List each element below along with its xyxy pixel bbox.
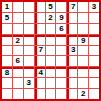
cell-r2c9[interactable]: [89, 13, 99, 23]
cell-r7c3[interactable]: [24, 67, 34, 77]
cell-r6c8[interactable]: [78, 56, 88, 66]
cell-r1c2[interactable]: [13, 2, 23, 12]
cell-r8c4[interactable]: [35, 78, 45, 88]
cell-r1c9[interactable]: 3: [89, 2, 99, 12]
cell-r5c1[interactable]: [2, 46, 12, 56]
given-digit: 9: [59, 14, 63, 22]
sudoku-app: 15735296297368432: [0, 0, 101, 101]
given-digit: 3: [71, 46, 75, 54]
given-digit: 6: [59, 25, 63, 33]
given-digit: 6: [16, 57, 20, 65]
cell-r9c1[interactable]: [2, 89, 12, 99]
given-digit: 5: [48, 3, 52, 11]
cell-r8c6[interactable]: [56, 78, 66, 88]
cell-r4c8[interactable]: 9: [78, 35, 88, 45]
cell-r7c7[interactable]: [67, 67, 77, 77]
cell-r3c2[interactable]: [13, 24, 23, 34]
cell-r4c5[interactable]: [46, 35, 56, 45]
cell-r6c5[interactable]: [46, 56, 56, 66]
cell-r3c6[interactable]: 6: [56, 24, 66, 34]
cell-r1c6[interactable]: [56, 2, 66, 12]
cell-r2c6[interactable]: 9: [56, 13, 66, 23]
cell-r1c7[interactable]: 7: [67, 2, 77, 12]
cell-r1c5[interactable]: 5: [46, 2, 56, 12]
cell-r3c7[interactable]: [67, 24, 77, 34]
cell-r2c3[interactable]: [24, 13, 34, 23]
given-digit: 2: [81, 90, 85, 98]
cell-r5c4[interactable]: 7: [35, 46, 45, 56]
cell-r5c9[interactable]: [89, 46, 99, 56]
cell-r4c4[interactable]: [35, 35, 45, 45]
cell-r8c7[interactable]: [67, 78, 77, 88]
cell-r3c9[interactable]: [89, 24, 99, 34]
given-digit: 1: [5, 3, 9, 11]
cell-r9c9[interactable]: [89, 89, 99, 99]
cell-r5c6[interactable]: [56, 46, 66, 56]
given-digit: 4: [38, 69, 42, 77]
cell-r6c1[interactable]: [2, 56, 12, 66]
cell-r1c4[interactable]: [35, 2, 45, 12]
cell-r2c7[interactable]: [67, 13, 77, 23]
cell-r9c3[interactable]: [24, 89, 34, 99]
cell-r6c3[interactable]: [24, 56, 34, 66]
cell-r8c3[interactable]: 3: [24, 78, 34, 88]
cell-r5c8[interactable]: [78, 46, 88, 56]
cell-r2c4[interactable]: [35, 13, 45, 23]
cell-r3c4[interactable]: [35, 24, 45, 34]
cell-r7c5[interactable]: [46, 67, 56, 77]
cell-r8c8[interactable]: [78, 78, 88, 88]
cell-r3c8[interactable]: [78, 24, 88, 34]
cell-r2c1[interactable]: 5: [2, 13, 12, 23]
cell-r4c2[interactable]: 2: [13, 35, 23, 45]
cell-r7c6[interactable]: [56, 67, 66, 77]
cell-r7c4[interactable]: 4: [35, 67, 45, 77]
given-digit: 2: [16, 37, 20, 45]
cell-r6c6[interactable]: [56, 56, 66, 66]
cell-r4c3[interactable]: [24, 35, 34, 45]
cell-r1c8[interactable]: [78, 2, 88, 12]
given-digit: 9: [81, 37, 85, 45]
cell-r4c7[interactable]: [67, 35, 77, 45]
cell-r3c5[interactable]: [46, 24, 56, 34]
cell-r7c8[interactable]: [78, 67, 88, 77]
given-digit: 7: [38, 46, 42, 54]
cell-r2c2[interactable]: [13, 13, 23, 23]
cell-r4c6[interactable]: [56, 35, 66, 45]
cell-r2c8[interactable]: [78, 13, 88, 23]
cell-r3c3[interactable]: [24, 24, 34, 34]
cell-r7c2[interactable]: [13, 67, 23, 77]
cell-r9c6[interactable]: [56, 89, 66, 99]
cell-r1c3[interactable]: [24, 2, 34, 12]
cell-r5c7[interactable]: 3: [67, 46, 77, 56]
cell-r3c1[interactable]: [2, 24, 12, 34]
cell-r8c9[interactable]: [89, 78, 99, 88]
given-digit: 7: [71, 3, 75, 11]
given-digit: 5: [5, 14, 9, 22]
cell-r4c1[interactable]: [2, 35, 12, 45]
cell-r7c1[interactable]: 8: [2, 67, 12, 77]
cell-r4c9[interactable]: [89, 35, 99, 45]
given-digit: 2: [48, 14, 52, 22]
cell-r9c8[interactable]: 2: [78, 89, 88, 99]
cell-r1c1[interactable]: 1: [2, 2, 12, 12]
cell-r8c2[interactable]: [13, 78, 23, 88]
cell-r8c1[interactable]: [2, 78, 12, 88]
cell-r2c5[interactable]: 2: [46, 13, 56, 23]
cell-r7c9[interactable]: [89, 67, 99, 77]
cell-r6c9[interactable]: [89, 56, 99, 66]
cell-r5c5[interactable]: [46, 46, 56, 56]
cell-r9c5[interactable]: [46, 89, 56, 99]
cell-r9c7[interactable]: [67, 89, 77, 99]
cell-r6c2[interactable]: 6: [13, 56, 23, 66]
cell-r9c2[interactable]: [13, 89, 23, 99]
given-digit: 3: [92, 3, 96, 11]
sudoku-board: 15735296297368432: [0, 0, 101, 101]
cell-r5c2[interactable]: [13, 46, 23, 56]
cell-r6c7[interactable]: [67, 56, 77, 66]
cell-r6c4[interactable]: [35, 56, 45, 66]
cell-r5c3[interactable]: [24, 46, 34, 56]
given-digit: 3: [26, 79, 30, 87]
cell-r9c4[interactable]: [35, 89, 45, 99]
given-digit: 8: [5, 69, 9, 77]
cell-r8c5[interactable]: [46, 78, 56, 88]
